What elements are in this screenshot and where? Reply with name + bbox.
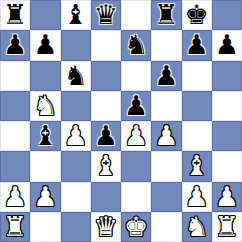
square-h5[interactable]: [212, 91, 242, 121]
white-pawn[interactable]: ♟: [64, 121, 88, 151]
square-b3[interactable]: [30, 151, 60, 181]
chess-board: ♜♝♛♜♚♟♟♞♟♟♞♟♞♟♝♟♟♟♟♝♝♟♟♟♟♜♛♚♞♜: [0, 0, 242, 242]
white-bishop[interactable]: ♝: [94, 151, 118, 181]
square-g8[interactable]: ♚: [182, 0, 212, 30]
black-pawn[interactable]: ♟: [215, 30, 239, 60]
square-g3[interactable]: ♝: [182, 151, 212, 181]
square-e6[interactable]: [121, 61, 151, 91]
square-f3[interactable]: [151, 151, 181, 181]
white-queen[interactable]: ♛: [94, 212, 118, 242]
square-d7[interactable]: [91, 30, 121, 60]
square-d3[interactable]: ♝: [91, 151, 121, 181]
white-bishop[interactable]: ♝: [185, 151, 209, 181]
white-pawn[interactable]: ♟: [33, 182, 57, 212]
black-pawn[interactable]: ♟: [154, 61, 178, 91]
square-f1[interactable]: [151, 212, 181, 242]
square-a4[interactable]: [0, 121, 30, 151]
white-rook[interactable]: ♜: [3, 212, 27, 242]
square-e8[interactable]: [121, 0, 151, 30]
square-c4[interactable]: ♟: [61, 121, 91, 151]
square-c2[interactable]: [61, 182, 91, 212]
square-h1[interactable]: ♜: [212, 212, 242, 242]
black-pawn[interactable]: ♟: [3, 30, 27, 60]
black-knight[interactable]: ♞: [124, 30, 148, 60]
square-b8[interactable]: [30, 0, 60, 30]
square-g5[interactable]: [182, 91, 212, 121]
white-knight[interactable]: ♞: [33, 91, 57, 121]
square-h6[interactable]: [212, 61, 242, 91]
square-d5[interactable]: [91, 91, 121, 121]
square-e2[interactable]: [121, 182, 151, 212]
white-king[interactable]: ♚: [124, 212, 148, 242]
square-f4[interactable]: ♟: [151, 121, 181, 151]
black-pawn[interactable]: ♟: [33, 30, 57, 60]
black-queen[interactable]: ♛: [94, 0, 118, 30]
white-pawn[interactable]: ♟: [3, 182, 27, 212]
black-king[interactable]: ♚: [185, 0, 209, 30]
square-c7[interactable]: [61, 30, 91, 60]
black-pawn[interactable]: ♟: [124, 91, 148, 121]
square-b5[interactable]: ♞: [30, 91, 60, 121]
square-f6[interactable]: ♟: [151, 61, 181, 91]
square-h8[interactable]: [212, 0, 242, 30]
square-a7[interactable]: ♟: [0, 30, 30, 60]
white-knight[interactable]: ♞: [185, 212, 209, 242]
square-e1[interactable]: ♚: [121, 212, 151, 242]
square-d2[interactable]: [91, 182, 121, 212]
white-pawn[interactable]: ♟: [124, 121, 148, 151]
black-pawn[interactable]: ♟: [94, 121, 118, 151]
square-b4[interactable]: ♝: [30, 121, 60, 151]
square-e7[interactable]: ♞: [121, 30, 151, 60]
square-a6[interactable]: [0, 61, 30, 91]
square-a5[interactable]: [0, 91, 30, 121]
square-g4[interactable]: [182, 121, 212, 151]
square-d6[interactable]: [91, 61, 121, 91]
square-g2[interactable]: ♟: [182, 182, 212, 212]
white-pawn[interactable]: ♟: [185, 182, 209, 212]
square-g1[interactable]: ♞: [182, 212, 212, 242]
square-c8[interactable]: ♝: [61, 0, 91, 30]
square-d4[interactable]: ♟: [91, 121, 121, 151]
white-pawn[interactable]: ♟: [154, 121, 178, 151]
square-e5[interactable]: ♟: [121, 91, 151, 121]
square-f2[interactable]: [151, 182, 181, 212]
square-h3[interactable]: [212, 151, 242, 181]
square-d1[interactable]: ♛: [91, 212, 121, 242]
square-c6[interactable]: ♞: [61, 61, 91, 91]
square-e4[interactable]: ♟: [121, 121, 151, 151]
square-f5[interactable]: [151, 91, 181, 121]
square-h4[interactable]: [212, 121, 242, 151]
square-b1[interactable]: [30, 212, 60, 242]
white-pawn[interactable]: ♟: [215, 182, 239, 212]
black-rook[interactable]: ♜: [3, 0, 27, 30]
square-d8[interactable]: ♛: [91, 0, 121, 30]
square-g6[interactable]: [182, 61, 212, 91]
square-b6[interactable]: [30, 61, 60, 91]
square-c3[interactable]: [61, 151, 91, 181]
black-pawn[interactable]: ♟: [185, 30, 209, 60]
square-a2[interactable]: ♟: [0, 182, 30, 212]
black-knight[interactable]: ♞: [64, 61, 88, 91]
square-a8[interactable]: ♜: [0, 0, 30, 30]
black-rook[interactable]: ♜: [154, 0, 178, 30]
square-b7[interactable]: ♟: [30, 30, 60, 60]
black-bishop[interactable]: ♝: [33, 121, 57, 151]
black-bishop[interactable]: ♝: [64, 0, 88, 30]
square-g7[interactable]: ♟: [182, 30, 212, 60]
square-c1[interactable]: [61, 212, 91, 242]
square-c5[interactable]: [61, 91, 91, 121]
square-h7[interactable]: ♟: [212, 30, 242, 60]
square-b2[interactable]: ♟: [30, 182, 60, 212]
square-a1[interactable]: ♜: [0, 212, 30, 242]
square-f8[interactable]: ♜: [151, 0, 181, 30]
square-h2[interactable]: ♟: [212, 182, 242, 212]
square-e3[interactable]: [121, 151, 151, 181]
white-rook[interactable]: ♜: [215, 212, 239, 242]
square-f7[interactable]: [151, 30, 181, 60]
square-a3[interactable]: [0, 151, 30, 181]
